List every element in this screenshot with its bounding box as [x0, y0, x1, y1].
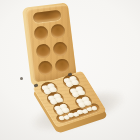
lid-pit-2 — [50, 23, 66, 39]
clasp-pin — [20, 77, 23, 80]
lid-store — [33, 10, 62, 23]
lid-pit-1 — [33, 25, 49, 41]
lid-pit-3 — [35, 43, 51, 59]
lid-pit-4 — [52, 41, 68, 57]
photo-stage — [0, 0, 140, 140]
lid-pit-5 — [37, 60, 53, 76]
lid-half — [25, 4, 77, 83]
lid-pit-6 — [54, 58, 70, 74]
